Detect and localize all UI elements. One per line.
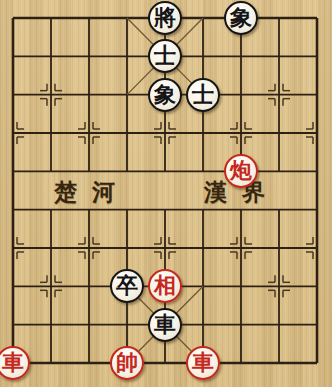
piece-character: 帥 bbox=[116, 352, 138, 374]
piece-character: 卒 bbox=[116, 275, 138, 297]
piece-character: 車 bbox=[192, 352, 214, 374]
piece-character: 將 bbox=[154, 7, 176, 29]
piece-character: 車 bbox=[2, 352, 24, 374]
piece-character: 士 bbox=[192, 84, 214, 106]
red-chariot[interactable]: 車 bbox=[0, 346, 30, 380]
black-elephant[interactable]: 象 bbox=[148, 78, 182, 112]
red-general[interactable]: 帥 bbox=[110, 346, 144, 380]
black-advisor[interactable]: 士 bbox=[148, 39, 182, 73]
red-chariot[interactable]: 車 bbox=[186, 346, 220, 380]
black-advisor[interactable]: 士 bbox=[186, 78, 220, 112]
red-cannon[interactable]: 炮 bbox=[224, 154, 258, 188]
piece-character: 炮 bbox=[230, 160, 252, 182]
xiangqi-board: 楚河 漢界 將象士象士炮卒相車車帥車 bbox=[0, 0, 332, 387]
black-soldier[interactable]: 卒 bbox=[110, 269, 144, 303]
piece-character: 士 bbox=[154, 45, 176, 67]
black-elephant[interactable]: 象 bbox=[224, 1, 258, 35]
black-chariot[interactable]: 車 bbox=[148, 308, 182, 342]
red-elephant[interactable]: 相 bbox=[148, 269, 182, 303]
piece-character: 相 bbox=[154, 275, 176, 297]
pieces-layer: 將象士象士炮卒相車車帥車 bbox=[0, 0, 332, 382]
piece-character: 車 bbox=[154, 314, 176, 336]
piece-character: 象 bbox=[230, 7, 252, 29]
black-general[interactable]: 將 bbox=[148, 1, 182, 35]
piece-character: 象 bbox=[154, 84, 176, 106]
